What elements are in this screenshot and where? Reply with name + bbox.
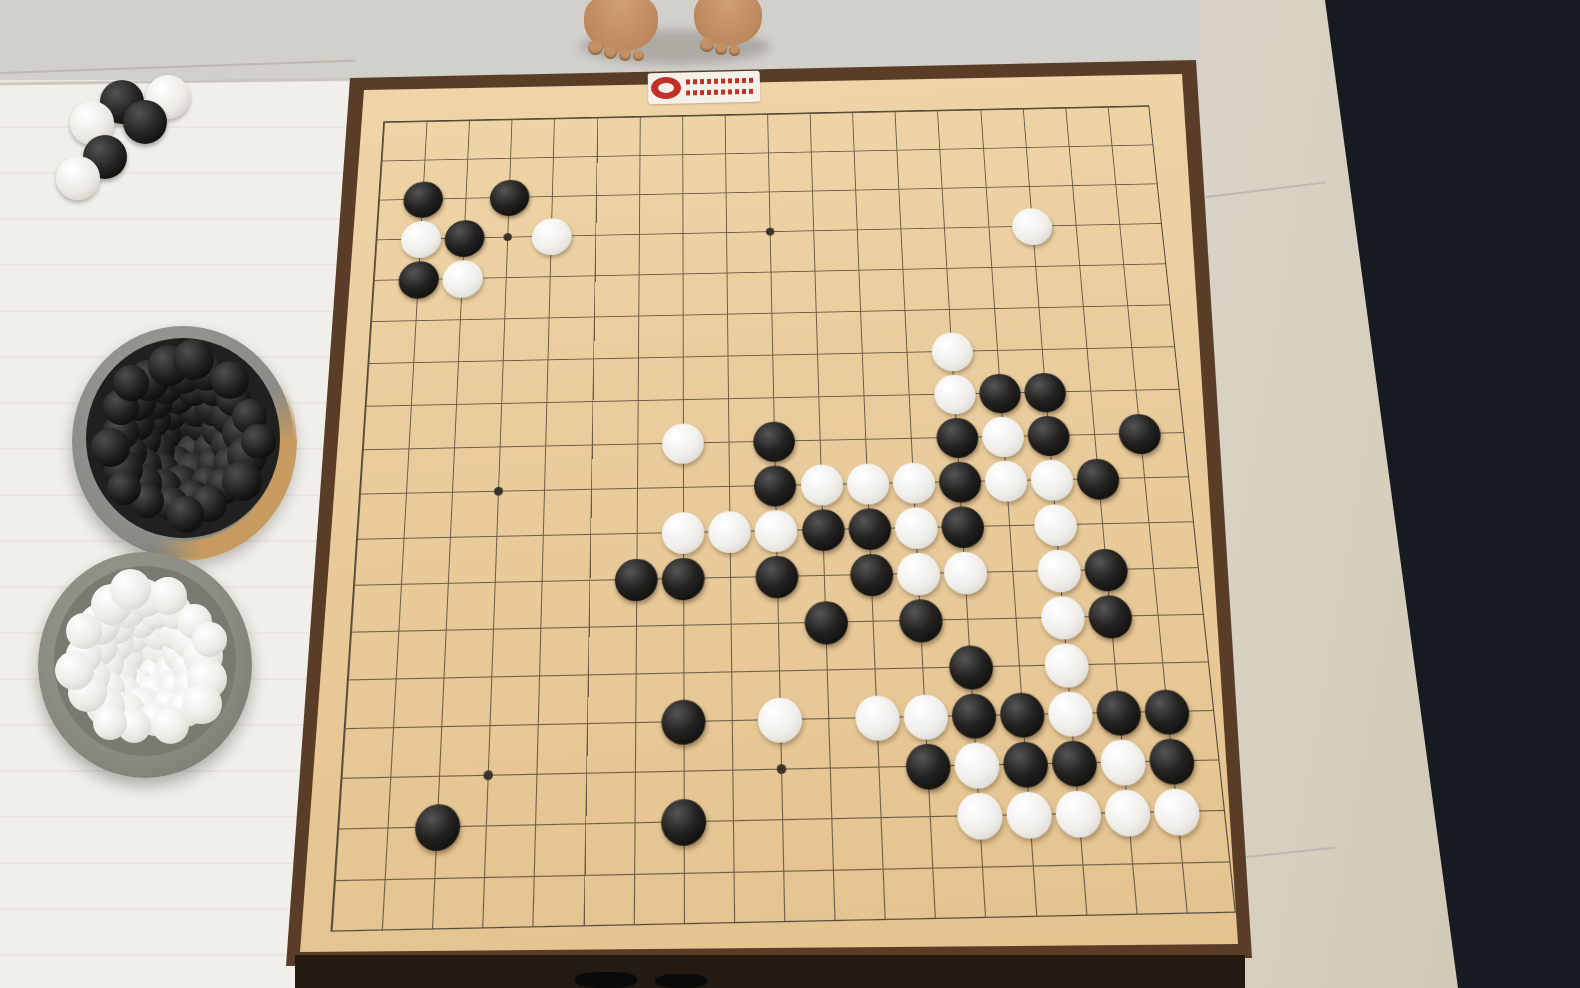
black-stone-R5 <box>1095 690 1143 736</box>
black-stone-S4 <box>1148 738 1197 785</box>
white-stone-R3 <box>1103 789 1152 837</box>
black-stone-P5 <box>999 692 1046 738</box>
white-stone-Q7 <box>1040 595 1087 639</box>
bowl-stone <box>113 365 149 401</box>
white-stone-S3 <box>1153 788 1202 835</box>
black-stone-K8 <box>756 555 800 598</box>
black-stone-N4 <box>905 743 952 790</box>
white-stone-N8 <box>896 552 941 595</box>
white-stone-Q5 <box>1047 691 1095 737</box>
black-stone-M8 <box>849 553 894 596</box>
white-stone-N5 <box>903 694 949 740</box>
white-stone-M10 <box>846 463 890 505</box>
white-stone-N10 <box>892 462 936 504</box>
black-stone-P12 <box>978 373 1022 413</box>
black-stone-pile <box>86 338 280 538</box>
black-stone-C3 <box>414 803 461 851</box>
white-stone-R4 <box>1099 739 1148 786</box>
black-stone-H8 <box>662 557 705 600</box>
black-stone-B17 <box>402 181 443 218</box>
goban-grid-plane <box>305 87 1263 958</box>
table-leg-shadow <box>575 972 637 988</box>
white-stone-Q6 <box>1043 643 1090 688</box>
white-stone-O4 <box>953 742 1000 789</box>
white-stone-H9 <box>662 511 705 553</box>
black-stone-M9 <box>848 507 892 549</box>
white-stone-O3 <box>956 792 1004 840</box>
star-point-D10 <box>494 487 503 496</box>
bowl-stone <box>241 424 276 459</box>
bowl-stone <box>110 569 151 610</box>
white-stone-P10 <box>984 460 1029 502</box>
black-stone-bowl <box>72 326 294 558</box>
photo-canvas <box>0 0 1580 988</box>
white-stone-Q3 <box>1054 790 1103 838</box>
bowl-stone <box>66 613 102 649</box>
white-stone-Q10 <box>1030 459 1075 501</box>
white-stone-bowl <box>38 552 252 778</box>
white-stone-pile <box>54 566 236 756</box>
white-stone-J9 <box>709 510 752 552</box>
black-stone-O11 <box>935 417 979 458</box>
loose-white-stone <box>56 156 100 200</box>
white-stone-Q16 <box>1011 208 1054 245</box>
black-stone-H5 <box>662 699 706 745</box>
star-point-D4 <box>484 770 494 780</box>
white-stone-M5 <box>854 695 900 741</box>
white-stone-Q9 <box>1033 504 1079 546</box>
black-stone-L9 <box>801 508 845 550</box>
black-stone-H3 <box>661 798 706 846</box>
white-stone-H11 <box>662 423 704 464</box>
black-stone-K10 <box>754 465 797 507</box>
bowl-stone <box>173 339 214 380</box>
black-stone-B15 <box>397 260 439 298</box>
bowl-stone <box>222 461 262 501</box>
black-stone-P4 <box>1002 741 1050 788</box>
black-stone-R8 <box>1083 548 1130 591</box>
white-stone-Q8 <box>1036 549 1082 592</box>
white-stone-P3 <box>1005 791 1053 839</box>
black-stone-O6 <box>948 645 994 690</box>
star-point-K4 <box>777 764 787 774</box>
white-stone-E16 <box>531 218 572 255</box>
bowl-stone <box>152 707 189 744</box>
loose-stones-area <box>0 0 352 300</box>
white-stone-O8 <box>943 551 988 594</box>
white-stone-N9 <box>894 506 938 548</box>
loose-black-stone <box>123 100 167 144</box>
white-stone-O13 <box>931 332 974 371</box>
bowl-stone <box>149 577 187 615</box>
white-stone-B16 <box>400 220 442 257</box>
black-stone-Q4 <box>1051 740 1099 787</box>
white-stone-O12 <box>933 374 977 414</box>
white-stone-P11 <box>981 416 1025 457</box>
bowl-stone <box>167 496 204 533</box>
black-stone-K11 <box>753 421 795 462</box>
bowl-stone <box>182 684 222 724</box>
black-stone-O5 <box>951 693 998 739</box>
table-shadow-under-board <box>295 955 1245 988</box>
black-stone-D17 <box>489 179 530 216</box>
table-leg-shadow <box>655 974 707 988</box>
white-stone-K5 <box>758 697 803 743</box>
black-stone-R7 <box>1087 594 1134 638</box>
white-stone-K9 <box>755 509 798 551</box>
black-stone-O10 <box>938 461 982 503</box>
black-stone-S11 <box>1117 413 1163 454</box>
black-stone-S5 <box>1143 689 1191 735</box>
black-stone-Q12 <box>1023 372 1067 412</box>
black-stone-G8 <box>615 558 658 601</box>
white-stone-L10 <box>800 464 843 506</box>
black-stone-Q11 <box>1026 415 1071 456</box>
stone-layer <box>305 87 1263 958</box>
bowl-stone <box>55 651 94 690</box>
star-point-K16 <box>766 228 775 236</box>
goban-perspective-wrapper <box>328 39 1220 929</box>
black-stone-C16 <box>444 219 485 256</box>
star-point-D16 <box>504 233 513 241</box>
black-stone-N7 <box>898 598 943 642</box>
black-stone-L7 <box>804 600 849 644</box>
black-stone-R10 <box>1076 458 1122 500</box>
black-stone-O9 <box>940 505 985 547</box>
white-stone-C15 <box>441 260 483 298</box>
